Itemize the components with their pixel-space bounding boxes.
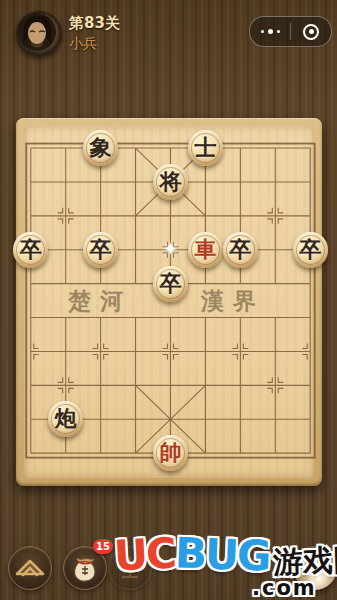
piece-black-elephant[interactable]: 象	[83, 131, 118, 165]
piece-black-pawn-a[interactable]: 卒	[13, 233, 48, 267]
xiangqi-board: 楚河 漢界 ✦象士将卒卒車卒卒卒炮帥	[16, 118, 322, 486]
piece-black-pawn-e[interactable]: 卒	[153, 267, 188, 301]
more-dots-icon	[268, 29, 273, 34]
close-minimize-button[interactable]	[291, 17, 331, 46]
piece-black-advisor[interactable]: 士	[188, 131, 223, 165]
piece-red-chariot[interactable]: 車	[188, 233, 223, 267]
piece-black-general[interactable]: 将	[153, 165, 188, 199]
avatar-face-icon	[18, 13, 56, 51]
piece-black-cannon[interactable]: 炮	[48, 402, 83, 436]
more-dots-icon	[277, 30, 280, 33]
move-hint-sparkle-icon: ✦	[153, 233, 188, 267]
collapse-menu-button[interactable]	[8, 546, 52, 590]
miniprogram-capsule	[249, 16, 332, 47]
piece-black-pawn-d[interactable]: 卒	[293, 233, 328, 267]
piece-black-pawn-c[interactable]: 卒	[223, 233, 258, 267]
chevron-up-icon	[9, 547, 51, 589]
app-screen: 第83关 小兵 楚河 漢界 ✦象士将卒卒車卒卒卒炮帥	[0, 0, 337, 600]
glossy-ball-decoration	[293, 546, 337, 590]
more-options-button[interactable]	[250, 17, 290, 46]
level-subtitle: 小兵	[69, 35, 97, 53]
player-avatar	[16, 11, 62, 57]
level-title: 第83关	[69, 14, 120, 33]
target-circle-icon	[303, 24, 319, 40]
watermark-bug-text: BUG	[174, 532, 270, 577]
piece-red-general[interactable]: 帥	[153, 436, 188, 470]
more-dots-icon	[261, 30, 264, 33]
piece-black-pawn-b[interactable]: 卒	[83, 233, 118, 267]
pagoda-icon	[109, 547, 151, 589]
obscured-button[interactable]	[108, 546, 152, 590]
bag-badge-count: 15	[93, 539, 113, 554]
piece-grid: ✦象士将卒卒車卒卒卒炮帥	[13, 131, 327, 470]
